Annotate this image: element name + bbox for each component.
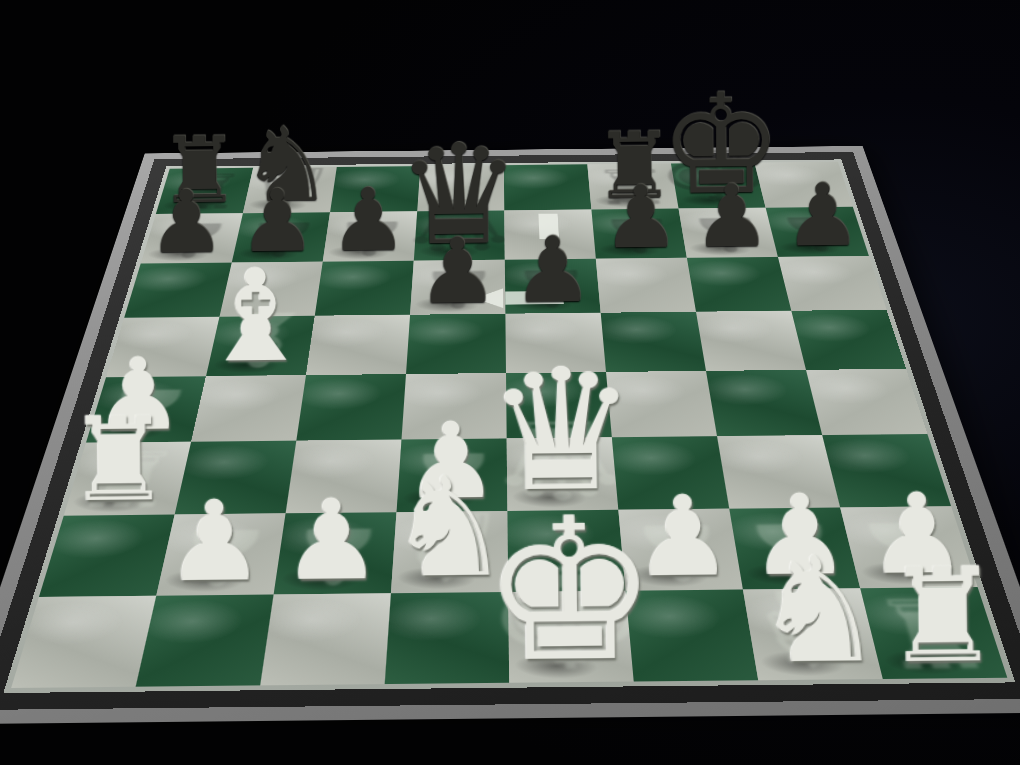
- square-sheen: [306, 315, 410, 375]
- square-sheen: [136, 594, 274, 686]
- black-pawn-g7[interactable]: ♟: [692, 177, 770, 256]
- black-pawn-c7[interactable]: ♟: [329, 181, 407, 260]
- square-c4[interactable]: [296, 374, 406, 441]
- square-b2[interactable]: ♟♟: [156, 513, 285, 595]
- square-a1[interactable]: [11, 596, 156, 688]
- square-sheen: [315, 261, 414, 316]
- square-sheen: [696, 311, 806, 371]
- white-king-e1[interactable]: ♚: [481, 501, 659, 679]
- board-frame: ♜♜♞♞♜♜♚♚♟♟♟♟♟♟♛♛♟♟♟♟♟♟♟♟♟♟♝♝♟♟♜♜♟♟♛♛♟♟♟♟…: [0, 146, 1020, 724]
- black-pawn-e6[interactable]: ♟: [512, 229, 594, 311]
- white-rook-a3[interactable]: ♜: [67, 407, 172, 513]
- square-b4[interactable]: [191, 375, 306, 442]
- white-bishop-b5[interactable]: ♝: [198, 258, 314, 374]
- square-h5[interactable]: [791, 310, 906, 370]
- square-b1[interactable]: [136, 594, 274, 686]
- black-pawn-h7[interactable]: ♟: [783, 176, 861, 255]
- square-sheen: [706, 370, 822, 436]
- 3d-scene: ♜♜♞♞♜♜♚♚♟♟♟♟♟♟♛♛♟♟♟♟♟♟♟♟♟♟♝♝♟♟♜♜♟♟♛♛♟♟♟♟…: [0, 0, 1020, 765]
- white-knight-g1[interactable]: ♞: [753, 543, 886, 676]
- square-sheen: [806, 369, 927, 435]
- board-frame-bevel: ♜♜♞♞♜♜♚♚♟♟♟♟♟♟♛♛♟♟♟♟♟♟♟♟♟♟♝♝♟♟♜♜♟♟♛♛♟♟♟♟…: [0, 152, 1020, 710]
- chess-board: ♜♜♞♞♜♜♚♚♟♟♟♟♟♟♛♛♟♟♟♟♟♟♟♟♟♟♝♝♟♟♜♜♟♟♛♛♟♟♟♟…: [11, 162, 1007, 688]
- square-g6[interactable]: [687, 257, 791, 312]
- square-f6[interactable]: [596, 258, 696, 313]
- square-c5[interactable]: [306, 315, 410, 375]
- square-e6[interactable]: ♟♟: [505, 259, 601, 314]
- square-sheen: [778, 256, 887, 311]
- white-pawn-c2[interactable]: ♟: [282, 490, 383, 591]
- square-sheen: [39, 514, 175, 596]
- square-f7[interactable]: ♟♟: [591, 209, 686, 259]
- square-sheen: [11, 596, 156, 688]
- square-c2[interactable]: ♟♟: [274, 512, 397, 594]
- square-sheen: [596, 258, 696, 313]
- black-pawn-f7[interactable]: ♟: [602, 178, 680, 257]
- square-sheen: [687, 257, 791, 312]
- square-b5[interactable]: ♝♝: [206, 316, 315, 376]
- square-c1[interactable]: [260, 593, 391, 685]
- square-e1[interactable]: ♚♚: [508, 591, 633, 683]
- white-rook-h1[interactable]: ♜: [884, 556, 1002, 675]
- square-sheen: [191, 375, 306, 442]
- black-pawn-d6[interactable]: ♟: [416, 230, 498, 312]
- square-sheen: [791, 310, 906, 370]
- board-frame-lip: ♜♜♞♞♜♜♚♚♟♟♟♟♟♟♛♛♟♟♟♟♟♟♟♟♟♟♝♝♟♟♜♜♟♟♛♛♟♟♟♟…: [3, 159, 1015, 693]
- square-sheen: [260, 593, 391, 685]
- square-g4[interactable]: [706, 370, 822, 436]
- white-pawn-b2[interactable]: ♟: [165, 491, 266, 592]
- square-g7[interactable]: ♟♟: [679, 208, 778, 258]
- square-d6[interactable]: ♟♟: [410, 260, 505, 315]
- square-c7[interactable]: ♟♟: [323, 211, 417, 261]
- square-g5[interactable]: [696, 311, 806, 371]
- square-h7[interactable]: ♟♟: [766, 207, 869, 257]
- square-h4[interactable]: [806, 369, 927, 435]
- square-g1[interactable]: ♞♞: [743, 588, 883, 680]
- square-c6[interactable]: [315, 261, 414, 316]
- square-sheen: [296, 374, 406, 441]
- screenshot-stage: ♜♜♞♞♜♜♚♚♟♟♟♟♟♟♛♛♟♟♟♟♟♟♟♟♟♟♝♝♟♟♜♜♟♟♛♛♟♟♟♟…: [0, 0, 1020, 765]
- square-h6[interactable]: [778, 256, 887, 311]
- square-a2[interactable]: [39, 514, 175, 596]
